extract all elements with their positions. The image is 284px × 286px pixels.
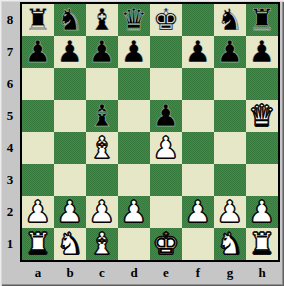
square-c4[interactable]: ♝ — [86, 132, 118, 164]
square-g3[interactable] — [214, 164, 246, 196]
piece-black-pawn[interactable]: ♟ — [153, 100, 180, 132]
piece-white-pawn[interactable]: ♟ — [185, 196, 212, 228]
square-a1[interactable]: ♜ — [22, 228, 54, 260]
square-b1[interactable]: ♞ — [54, 228, 86, 260]
square-d8[interactable]: ♛ — [118, 4, 150, 36]
square-a8[interactable]: ♜ — [22, 4, 54, 36]
square-c6[interactable] — [86, 68, 118, 100]
square-e2[interactable] — [150, 196, 182, 228]
square-h7[interactable]: ♟ — [246, 36, 278, 68]
square-g4[interactable] — [214, 132, 246, 164]
square-f2[interactable]: ♟ — [182, 196, 214, 228]
chess-board: ♜♞♝♛♚♞♜♟♟♟♟♟♟♟♝♟♛♝♟♟♟♟♟♟♟♟♜♞♝♚♞♜ — [22, 4, 278, 260]
piece-white-king[interactable]: ♚ — [153, 228, 180, 260]
piece-black-pawn[interactable]: ♟ — [185, 36, 212, 68]
square-h6[interactable] — [246, 68, 278, 100]
square-b5[interactable] — [54, 100, 86, 132]
piece-black-knight[interactable]: ♞ — [57, 4, 84, 36]
piece-black-pawn[interactable]: ♟ — [217, 36, 244, 68]
square-d3[interactable] — [118, 164, 150, 196]
square-f7[interactable]: ♟ — [182, 36, 214, 68]
square-c5[interactable]: ♝ — [86, 100, 118, 132]
square-f1[interactable] — [182, 228, 214, 260]
file-label-f: f — [182, 263, 214, 283]
file-label-c: c — [86, 263, 118, 283]
square-h5[interactable]: ♛ — [246, 100, 278, 132]
square-c1[interactable]: ♝ — [86, 228, 118, 260]
piece-white-pawn[interactable]: ♟ — [121, 196, 148, 228]
file-label-g: g — [214, 263, 246, 283]
square-b3[interactable] — [54, 164, 86, 196]
piece-black-knight[interactable]: ♞ — [217, 4, 244, 36]
file-label-d: d — [118, 263, 150, 283]
square-a6[interactable] — [22, 68, 54, 100]
piece-black-bishop[interactable]: ♝ — [89, 100, 116, 132]
square-f6[interactable] — [182, 68, 214, 100]
square-d1[interactable] — [118, 228, 150, 260]
square-c7[interactable]: ♟ — [86, 36, 118, 68]
square-b2[interactable]: ♟ — [54, 196, 86, 228]
piece-white-pawn[interactable]: ♟ — [25, 196, 52, 228]
square-e6[interactable] — [150, 68, 182, 100]
piece-black-bishop[interactable]: ♝ — [89, 4, 116, 36]
file-labels: abcdefgh — [22, 263, 278, 283]
square-b7[interactable]: ♟ — [54, 36, 86, 68]
file-label-h: h — [246, 263, 278, 283]
square-c8[interactable]: ♝ — [86, 4, 118, 36]
piece-white-pawn[interactable]: ♟ — [89, 196, 116, 228]
chess-board-frame: ♜♞♝♛♚♞♜♟♟♟♟♟♟♟♝♟♛♝♟♟♟♟♟♟♟♟♜♞♝♚♞♜ — [20, 2, 280, 262]
piece-black-pawn[interactable]: ♟ — [25, 36, 52, 68]
file-label-e: e — [150, 263, 182, 283]
square-g7[interactable]: ♟ — [214, 36, 246, 68]
square-g6[interactable] — [214, 68, 246, 100]
square-h1[interactable]: ♜ — [246, 228, 278, 260]
square-e7[interactable] — [150, 36, 182, 68]
square-a4[interactable] — [22, 132, 54, 164]
square-b6[interactable] — [54, 68, 86, 100]
square-e3[interactable] — [150, 164, 182, 196]
piece-black-rook[interactable]: ♜ — [25, 4, 52, 36]
file-label-a: a — [22, 263, 54, 283]
square-d7[interactable]: ♟ — [118, 36, 150, 68]
piece-white-rook[interactable]: ♜ — [249, 228, 276, 260]
square-d5[interactable] — [118, 100, 150, 132]
piece-white-pawn[interactable]: ♟ — [153, 132, 180, 164]
file-label-b: b — [54, 263, 86, 283]
square-e8[interactable]: ♚ — [150, 4, 182, 36]
square-h3[interactable] — [246, 164, 278, 196]
square-b4[interactable] — [54, 132, 86, 164]
square-d6[interactable] — [118, 68, 150, 100]
piece-white-pawn[interactable]: ♟ — [217, 196, 244, 228]
piece-black-pawn[interactable]: ♟ — [121, 36, 148, 68]
piece-white-queen[interactable]: ♛ — [249, 100, 276, 132]
square-e5[interactable]: ♟ — [150, 100, 182, 132]
rank-label-2: 2 — [0, 196, 20, 228]
piece-black-rook[interactable]: ♜ — [249, 4, 276, 36]
square-f8[interactable] — [182, 4, 214, 36]
piece-black-king[interactable]: ♚ — [153, 4, 180, 36]
square-a3[interactable] — [22, 164, 54, 196]
piece-black-pawn[interactable]: ♟ — [57, 36, 84, 68]
rank-label-3: 3 — [0, 164, 20, 196]
square-e1[interactable]: ♚ — [150, 228, 182, 260]
square-d4[interactable] — [118, 132, 150, 164]
square-g8[interactable]: ♞ — [214, 4, 246, 36]
square-h4[interactable] — [246, 132, 278, 164]
rank-label-6: 6 — [0, 68, 20, 100]
square-c3[interactable] — [86, 164, 118, 196]
rank-label-5: 5 — [0, 100, 20, 132]
chess-app-window: 87654321 ♜♞♝♛♚♞♜♟♟♟♟♟♟♟♝♟♛♝♟♟♟♟♟♟♟♟♜♞♝♚♞… — [0, 0, 284, 286]
square-h2[interactable]: ♟ — [246, 196, 278, 228]
piece-black-pawn[interactable]: ♟ — [249, 36, 276, 68]
piece-white-knight[interactable]: ♞ — [217, 228, 244, 260]
piece-white-bishop[interactable]: ♝ — [89, 228, 116, 260]
rank-label-4: 4 — [0, 132, 20, 164]
square-g1[interactable]: ♞ — [214, 228, 246, 260]
piece-white-knight[interactable]: ♞ — [57, 228, 84, 260]
square-f5[interactable] — [182, 100, 214, 132]
square-a7[interactable]: ♟ — [22, 36, 54, 68]
rank-label-8: 8 — [0, 4, 20, 36]
piece-black-pawn[interactable]: ♟ — [89, 36, 116, 68]
square-a2[interactable]: ♟ — [22, 196, 54, 228]
square-f4[interactable] — [182, 132, 214, 164]
square-f3[interactable] — [182, 164, 214, 196]
square-c2[interactable]: ♟ — [86, 196, 118, 228]
square-g2[interactable]: ♟ — [214, 196, 246, 228]
piece-white-bishop[interactable]: ♝ — [89, 132, 116, 164]
piece-white-rook[interactable]: ♜ — [25, 228, 52, 260]
piece-black-queen[interactable]: ♛ — [121, 4, 148, 36]
square-g5[interactable] — [214, 100, 246, 132]
rank-label-7: 7 — [0, 36, 20, 68]
piece-white-pawn[interactable]: ♟ — [249, 196, 276, 228]
rank-labels: 87654321 — [0, 4, 20, 260]
square-h8[interactable]: ♜ — [246, 4, 278, 36]
square-a5[interactable] — [22, 100, 54, 132]
square-e4[interactable]: ♟ — [150, 132, 182, 164]
rank-label-1: 1 — [0, 228, 20, 260]
piece-white-pawn[interactable]: ♟ — [57, 196, 84, 228]
square-b8[interactable]: ♞ — [54, 4, 86, 36]
square-d2[interactable]: ♟ — [118, 196, 150, 228]
